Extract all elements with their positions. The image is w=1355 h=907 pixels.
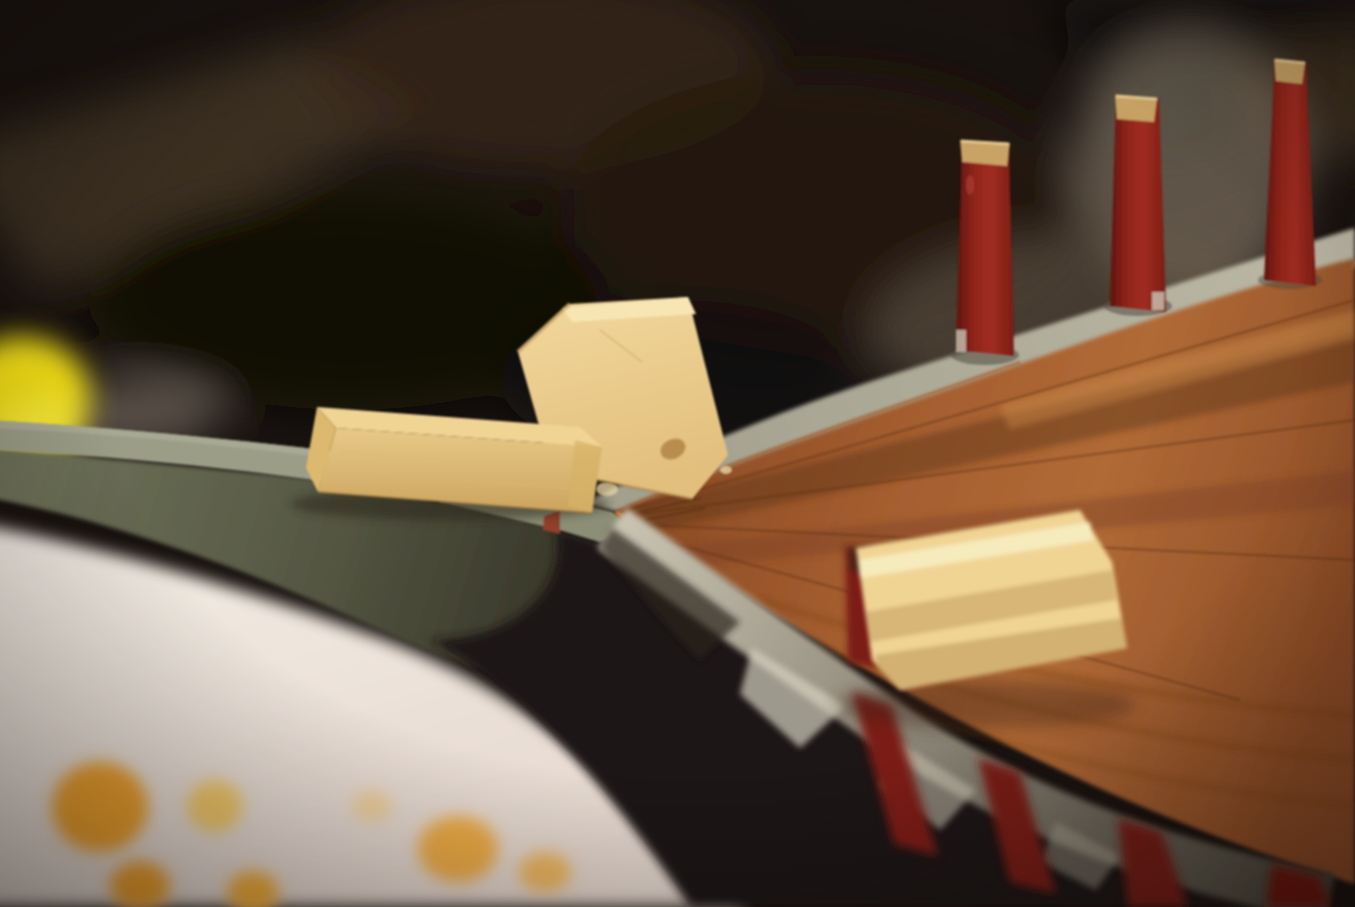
photo-canvas: [0, 0, 1355, 907]
vignette: [0, 0, 1355, 907]
